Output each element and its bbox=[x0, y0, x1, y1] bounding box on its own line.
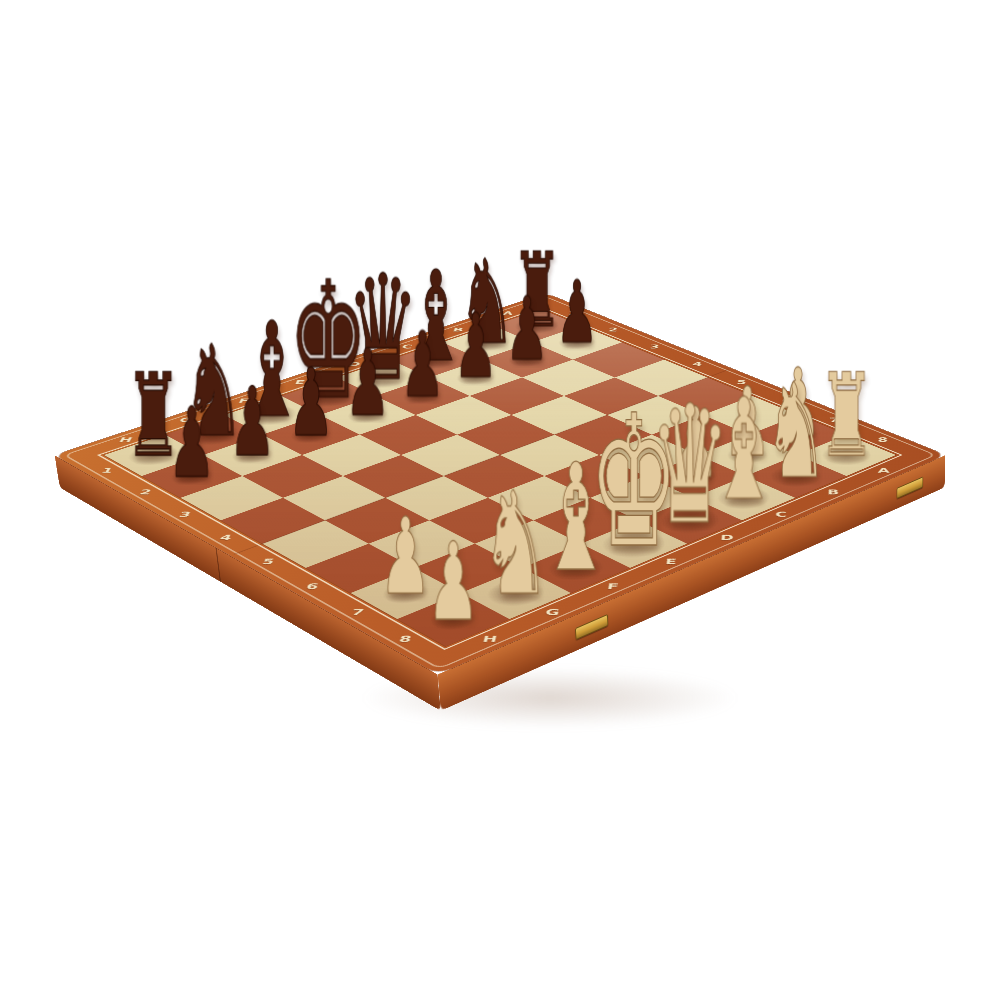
coordinate-label-rank8-b: B bbox=[827, 488, 839, 496]
board-surface: 11HH22GG33FF44EE55DD66CC77BB88AA ♜♞♝♛♚♝♞… bbox=[55, 293, 946, 674]
fold-seam-icon bbox=[215, 547, 221, 582]
coordinate-label-hfile-8: 8 bbox=[398, 634, 413, 644]
product-photo-scene: 11HH22GG33FF44EE55DD66CC77BB88AA ♜♞♝♛♚♝♞… bbox=[0, 0, 1000, 1000]
coordinate-label-rank8-d: D bbox=[720, 533, 734, 542]
coordinate-label-hfile-3: 3 bbox=[177, 510, 192, 518]
dark-pawn-h2: ♟ bbox=[125, 394, 259, 491]
coordinate-label-afile-3: 3 bbox=[649, 344, 660, 350]
coordinate-label-afile-4: 4 bbox=[692, 361, 703, 367]
coordinate-label-rank8-g: G bbox=[545, 608, 561, 618]
coordinate-label-rank8-h: H bbox=[481, 634, 498, 644]
coordinate-label-hfile-7: 7 bbox=[350, 608, 365, 618]
coordinate-label-afile-2: 2 bbox=[608, 327, 619, 333]
coordinate-label-rank8-e: E bbox=[665, 557, 677, 566]
coordinate-label-rank8-a: A bbox=[878, 467, 890, 475]
brass-latch-icon bbox=[575, 614, 608, 640]
coordinate-label-hfile-6: 6 bbox=[305, 582, 320, 591]
coordinate-label-hfile-2: 2 bbox=[138, 488, 153, 496]
light-pawn-h8: ♟ bbox=[378, 528, 528, 636]
coordinate-label-hfile-4: 4 bbox=[218, 533, 233, 542]
brass-latch-icon bbox=[897, 476, 924, 499]
coordinate-label-rank8-c: C bbox=[775, 510, 787, 518]
coordinate-label-rank8-f: F bbox=[606, 582, 619, 591]
coordinate-label-afile-1: 1 bbox=[567, 310, 578, 316]
coordinate-label-rank1-a: A bbox=[502, 310, 514, 316]
pieces-layer: ♜♞♝♛♚♝♞♜♟♟♟♟♟♟♟♟♜♞♝♛♚♝♞♟♟♟♟♟ bbox=[104, 309, 896, 646]
coordinate-label-rank1-b: B bbox=[452, 327, 464, 333]
coordinate-label-hfile-1: 1 bbox=[100, 467, 115, 475]
coordinate-label-hfile-5: 5 bbox=[261, 557, 276, 566]
